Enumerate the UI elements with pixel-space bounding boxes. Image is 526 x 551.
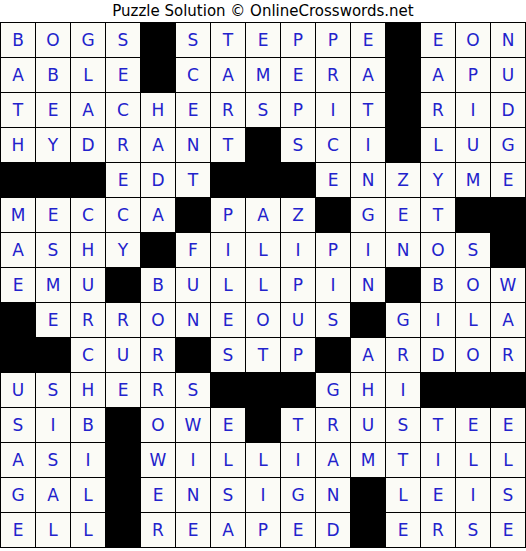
letter-cell-r14c2: A <box>36 478 70 512</box>
letter-cell-r1c6: S <box>176 23 210 57</box>
letter-cell-r2c7: A <box>211 58 245 92</box>
letter-cell-r12c13: T <box>421 408 455 442</box>
block-cell-r10c10 <box>316 338 350 372</box>
crossword-solution-page: Puzzle Solution © OnlineCrosswords.net B… <box>0 0 526 548</box>
letter-cell-r9c14: L <box>456 303 490 337</box>
block-cell-r1c5 <box>141 23 175 57</box>
block-cell-r5c8 <box>246 163 280 197</box>
letter-cell-r7c2: S <box>36 233 70 267</box>
block-cell-r4c12 <box>386 128 420 162</box>
letter-cell-r12c9: T <box>281 408 315 442</box>
letter-cell-r3c9: P <box>281 93 315 127</box>
letter-cell-r13c13: I <box>421 443 455 477</box>
block-cell-r7c15 <box>491 233 525 267</box>
letter-cell-r9c5: O <box>141 303 175 337</box>
letter-cell-r2c14: P <box>456 58 490 92</box>
letter-cell-r6c1: M <box>1 198 35 232</box>
block-cell-r11c15 <box>491 373 525 407</box>
block-cell-r9c1 <box>1 303 35 337</box>
letter-cell-r6c4: C <box>106 198 140 232</box>
letter-cell-r4c11: I <box>351 128 385 162</box>
letter-cell-r5c13: Y <box>421 163 455 197</box>
letter-cell-r11c2: S <box>36 373 70 407</box>
letter-cell-r12c5: O <box>141 408 175 442</box>
letter-cell-r13c8: L <box>246 443 280 477</box>
letter-cell-r3c8: S <box>246 93 280 127</box>
letter-cell-r11c10: G <box>316 373 350 407</box>
crossword-grid: BOGSSTEPPEEONABLECAMERAAPUTEACHERSPITRID… <box>0 22 526 548</box>
block-cell-r6c10 <box>316 198 350 232</box>
letter-cell-r15c12: E <box>386 513 420 547</box>
letter-cell-r6c5: A <box>141 198 175 232</box>
letter-cell-r15c7: A <box>211 513 245 547</box>
letter-cell-r1c10: P <box>316 23 350 57</box>
letter-cell-r11c12: I <box>386 373 420 407</box>
letter-cell-r13c6: I <box>176 443 210 477</box>
block-cell-r11c9 <box>281 373 315 407</box>
letter-cell-r4c4: R <box>106 128 140 162</box>
page-title: Puzzle Solution © OnlineCrosswords.net <box>0 0 526 22</box>
letter-cell-r2c6: C <box>176 58 210 92</box>
letter-cell-r8c13: B <box>421 268 455 302</box>
letter-cell-r7c4: Y <box>106 233 140 267</box>
letter-cell-r10c11: A <box>351 338 385 372</box>
letter-cell-r4c1: H <box>1 128 35 162</box>
letter-cell-r13c9: I <box>281 443 315 477</box>
block-cell-r2c12 <box>386 58 420 92</box>
letter-cell-r1c4: S <box>106 23 140 57</box>
letter-cell-r8c9: P <box>281 268 315 302</box>
letter-cell-r2c8: M <box>246 58 280 92</box>
letter-cell-r3c15: D <box>491 93 525 127</box>
letter-cell-r8c14: O <box>456 268 490 302</box>
letter-cell-r14c13: E <box>421 478 455 512</box>
letter-cell-r2c2: B <box>36 58 70 92</box>
block-cell-r5c9 <box>281 163 315 197</box>
letter-cell-r13c11: M <box>351 443 385 477</box>
letter-cell-r8c10: I <box>316 268 350 302</box>
letter-cell-r6c9: Z <box>281 198 315 232</box>
letter-cell-r2c15: U <box>491 58 525 92</box>
letter-cell-r11c3: H <box>71 373 105 407</box>
block-cell-r9c11 <box>351 303 385 337</box>
letter-cell-r6c7: P <box>211 198 245 232</box>
block-cell-r15c4 <box>106 513 140 547</box>
letter-cell-r1c8: E <box>246 23 280 57</box>
letter-cell-r10c3: C <box>71 338 105 372</box>
letter-cell-r10c8: T <box>246 338 280 372</box>
letter-cell-r3c10: I <box>316 93 350 127</box>
letter-cell-r10c12: R <box>386 338 420 372</box>
letter-cell-r1c9: P <box>281 23 315 57</box>
letter-cell-r12c1: S <box>1 408 35 442</box>
letter-cell-r7c11: I <box>351 233 385 267</box>
letter-cell-r3c11: T <box>351 93 385 127</box>
letter-cell-r4c13: L <box>421 128 455 162</box>
block-cell-r15c11 <box>351 513 385 547</box>
letter-cell-r15c2: L <box>36 513 70 547</box>
block-cell-r10c2 <box>36 338 70 372</box>
letter-cell-r15c10: D <box>316 513 350 547</box>
letter-cell-r13c1: A <box>1 443 35 477</box>
block-cell-r5c2 <box>36 163 70 197</box>
letter-cell-r9c3: R <box>71 303 105 337</box>
letter-cell-r13c5: W <box>141 443 175 477</box>
letter-cell-r9c12: G <box>386 303 420 337</box>
letter-cell-r15c15: E <box>491 513 525 547</box>
letter-cell-r6c3: C <box>71 198 105 232</box>
letter-cell-r4c5: A <box>141 128 175 162</box>
block-cell-r4c8 <box>246 128 280 162</box>
letter-cell-r8c6: U <box>176 268 210 302</box>
letter-cell-r6c13: T <box>421 198 455 232</box>
letter-cell-r6c2: E <box>36 198 70 232</box>
letter-cell-r8c5: B <box>141 268 175 302</box>
letter-cell-r15c1: E <box>1 513 35 547</box>
letter-cell-r4c15: G <box>491 128 525 162</box>
letter-cell-r10c15: R <box>491 338 525 372</box>
letter-cell-r14c14: I <box>456 478 490 512</box>
block-cell-r6c14 <box>456 198 490 232</box>
block-cell-r14c4 <box>106 478 140 512</box>
letter-cell-r11c5: R <box>141 373 175 407</box>
letter-cell-r3c1: T <box>1 93 35 127</box>
letter-cell-r2c9: E <box>281 58 315 92</box>
letter-cell-r7c10: P <box>316 233 350 267</box>
letter-cell-r5c10: E <box>316 163 350 197</box>
letter-cell-r9c13: I <box>421 303 455 337</box>
letter-cell-r1c2: O <box>36 23 70 57</box>
letter-cell-r14c3: L <box>71 478 105 512</box>
block-cell-r11c14 <box>456 373 490 407</box>
letter-cell-r11c11: H <box>351 373 385 407</box>
letter-cell-r2c4: E <box>106 58 140 92</box>
letter-cell-r4c10: C <box>316 128 350 162</box>
letter-cell-r3c13: R <box>421 93 455 127</box>
letter-cell-r8c3: U <box>71 268 105 302</box>
letter-cell-r8c7: L <box>211 268 245 302</box>
letter-cell-r5c14: M <box>456 163 490 197</box>
letter-cell-r9c2: E <box>36 303 70 337</box>
letter-cell-r12c7: E <box>211 408 245 442</box>
letter-cell-r11c4: E <box>106 373 140 407</box>
letter-cell-r7c13: O <box>421 233 455 267</box>
letter-cell-r12c10: R <box>316 408 350 442</box>
letter-cell-r6c8: A <box>246 198 280 232</box>
letter-cell-r3c7: R <box>211 93 245 127</box>
letter-cell-r8c15: W <box>491 268 525 302</box>
block-cell-r3c12 <box>386 93 420 127</box>
letter-cell-r4c3: D <box>71 128 105 162</box>
letter-cell-r15c9: E <box>281 513 315 547</box>
letter-cell-r9c7: E <box>211 303 245 337</box>
letter-cell-r10c7: S <box>211 338 245 372</box>
letter-cell-r2c10: R <box>316 58 350 92</box>
letter-cell-r9c4: R <box>106 303 140 337</box>
block-cell-r2c5 <box>141 58 175 92</box>
block-cell-r5c1 <box>1 163 35 197</box>
letter-cell-r9c15: A <box>491 303 525 337</box>
letter-cell-r4c9: S <box>281 128 315 162</box>
letter-cell-r9c9: U <box>281 303 315 337</box>
letter-cell-r4c7: T <box>211 128 245 162</box>
letter-cell-r12c3: B <box>71 408 105 442</box>
letter-cell-r9c6: N <box>176 303 210 337</box>
letter-cell-r14c12: L <box>386 478 420 512</box>
letter-cell-r9c10: S <box>316 303 350 337</box>
block-cell-r10c1 <box>1 338 35 372</box>
letter-cell-r5c15: E <box>491 163 525 197</box>
letter-cell-r12c15: E <box>491 408 525 442</box>
letter-cell-r7c1: A <box>1 233 35 267</box>
block-cell-r10c6 <box>176 338 210 372</box>
letter-cell-r3c6: E <box>176 93 210 127</box>
letter-cell-r8c1: E <box>1 268 35 302</box>
letter-cell-r6c11: G <box>351 198 385 232</box>
letter-cell-r13c7: L <box>211 443 245 477</box>
letter-cell-r8c11: N <box>351 268 385 302</box>
letter-cell-r15c3: L <box>71 513 105 547</box>
letter-cell-r10c9: P <box>281 338 315 372</box>
letter-cell-r14c5: E <box>141 478 175 512</box>
letter-cell-r14c6: N <box>176 478 210 512</box>
letter-cell-r10c13: D <box>421 338 455 372</box>
letter-cell-r12c12: S <box>386 408 420 442</box>
block-cell-r5c3 <box>71 163 105 197</box>
letter-cell-r12c2: I <box>36 408 70 442</box>
letter-cell-r13c14: L <box>456 443 490 477</box>
letter-cell-r15c6: E <box>176 513 210 547</box>
letter-cell-r7c7: I <box>211 233 245 267</box>
letter-cell-r8c2: M <box>36 268 70 302</box>
letter-cell-r1c14: O <box>456 23 490 57</box>
block-cell-r12c4 <box>106 408 140 442</box>
letter-cell-r7c14: S <box>456 233 490 267</box>
letter-cell-r14c10: N <box>316 478 350 512</box>
letter-cell-r7c12: N <box>386 233 420 267</box>
letter-cell-r1c7: T <box>211 23 245 57</box>
letter-cell-r2c13: A <box>421 58 455 92</box>
letter-cell-r13c12: T <box>386 443 420 477</box>
letter-cell-r1c11: E <box>351 23 385 57</box>
letter-cell-r10c5: R <box>141 338 175 372</box>
letter-cell-r7c8: L <box>246 233 280 267</box>
letter-cell-r15c14: S <box>456 513 490 547</box>
letter-cell-r13c15: L <box>491 443 525 477</box>
letter-cell-r3c3: A <box>71 93 105 127</box>
letter-cell-r3c5: H <box>141 93 175 127</box>
letter-cell-r7c6: F <box>176 233 210 267</box>
letter-cell-r10c14: O <box>456 338 490 372</box>
letter-cell-r12c14: E <box>456 408 490 442</box>
letter-cell-r11c1: U <box>1 373 35 407</box>
block-cell-r7c5 <box>141 233 175 267</box>
letter-cell-r5c4: E <box>106 163 140 197</box>
letter-cell-r15c5: R <box>141 513 175 547</box>
letter-cell-r12c11: U <box>351 408 385 442</box>
letter-cell-r14c7: S <box>211 478 245 512</box>
letter-cell-r1c1: B <box>1 23 35 57</box>
letter-cell-r2c3: L <box>71 58 105 92</box>
letter-cell-r15c8: P <box>246 513 280 547</box>
letter-cell-r13c2: S <box>36 443 70 477</box>
block-cell-r12c8 <box>246 408 280 442</box>
letter-cell-r4c6: N <box>176 128 210 162</box>
block-cell-r6c6 <box>176 198 210 232</box>
letter-cell-r1c15: N <box>491 23 525 57</box>
letter-cell-r15c13: R <box>421 513 455 547</box>
letter-cell-r1c3: G <box>71 23 105 57</box>
letter-cell-r2c1: A <box>1 58 35 92</box>
letter-cell-r8c8: L <box>246 268 280 302</box>
letter-cell-r1c13: E <box>421 23 455 57</box>
letter-cell-r14c15: S <box>491 478 525 512</box>
letter-cell-r3c14: I <box>456 93 490 127</box>
letter-cell-r5c6: T <box>176 163 210 197</box>
letter-cell-r10c4: U <box>106 338 140 372</box>
letter-cell-r11c6: S <box>176 373 210 407</box>
letter-cell-r7c9: I <box>281 233 315 267</box>
letter-cell-r4c14: U <box>456 128 490 162</box>
block-cell-r11c13 <box>421 373 455 407</box>
block-cell-r14c11 <box>351 478 385 512</box>
block-cell-r1c12 <box>386 23 420 57</box>
block-cell-r11c8 <box>246 373 280 407</box>
letter-cell-r14c9: G <box>281 478 315 512</box>
letter-cell-r5c11: N <box>351 163 385 197</box>
letter-cell-r4c2: Y <box>36 128 70 162</box>
block-cell-r6c15 <box>491 198 525 232</box>
letter-cell-r14c8: I <box>246 478 280 512</box>
block-cell-r8c12 <box>386 268 420 302</box>
block-cell-r11c7 <box>211 373 245 407</box>
letter-cell-r5c12: Z <box>386 163 420 197</box>
letter-cell-r12c6: W <box>176 408 210 442</box>
letter-cell-r7c3: H <box>71 233 105 267</box>
block-cell-r13c4 <box>106 443 140 477</box>
letter-cell-r3c4: C <box>106 93 140 127</box>
block-cell-r5c7 <box>211 163 245 197</box>
letter-cell-r3c2: E <box>36 93 70 127</box>
letter-cell-r14c1: G <box>1 478 35 512</box>
letter-cell-r2c11: A <box>351 58 385 92</box>
block-cell-r8c4 <box>106 268 140 302</box>
letter-cell-r13c10: A <box>316 443 350 477</box>
letter-cell-r6c12: E <box>386 198 420 232</box>
letter-cell-r13c3: I <box>71 443 105 477</box>
letter-cell-r9c8: O <box>246 303 280 337</box>
letter-cell-r5c5: D <box>141 163 175 197</box>
